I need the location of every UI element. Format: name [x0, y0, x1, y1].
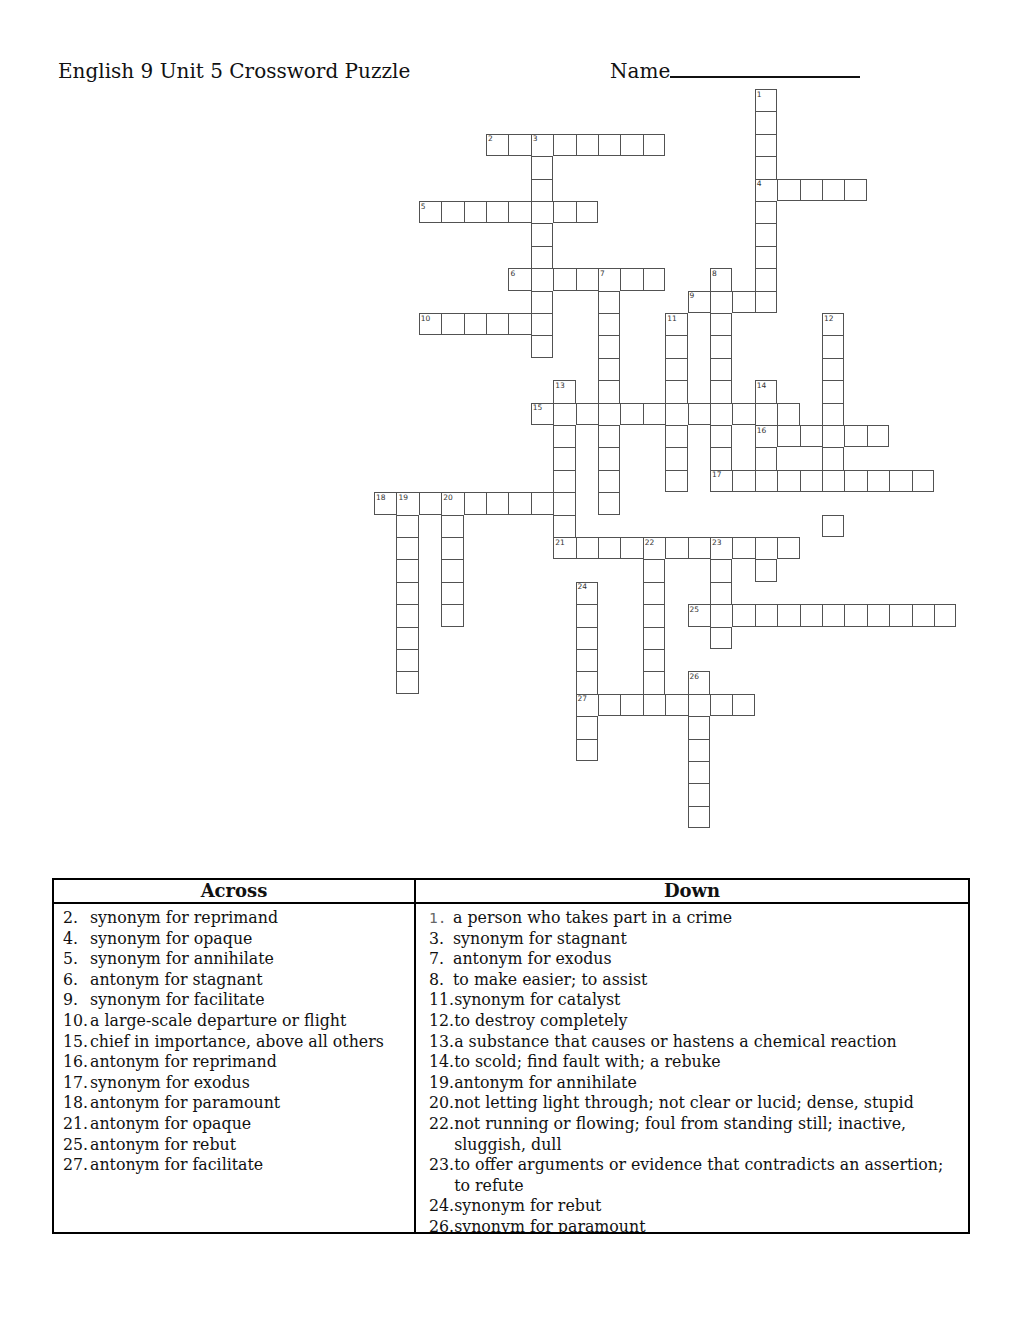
clue-text: to scold; find fault with; a rebuke [454, 1052, 962, 1073]
clue-number: 4. [63, 929, 90, 950]
grid-cell-r22c12[interactable] [643, 582, 665, 604]
grid-number-25: 25 [690, 606, 700, 614]
grid-cell-r25c1[interactable] [396, 649, 418, 671]
grid-cell-r17c20[interactable] [822, 470, 844, 492]
across-clue-6: 6.antonym for stagnant [63, 970, 408, 991]
clue-number: 8. [429, 970, 453, 991]
clue-text: to destroy completely [454, 1011, 962, 1032]
across-clue-16: 16.antonym for reprimand [63, 1052, 408, 1073]
clue-text: to make easier; to assist [453, 970, 962, 991]
grid-cell-r20c16[interactable] [732, 537, 754, 559]
grid-number-9: 9 [690, 292, 695, 300]
grid-cell-r2c9[interactable] [576, 134, 598, 156]
grid-cell-r5c5[interactable] [486, 201, 508, 223]
grid-cell-r2c8[interactable] [553, 134, 575, 156]
grid-cell-r11c10[interactable] [598, 335, 620, 357]
grid-cell-r23c25[interactable] [934, 604, 956, 626]
grid-cell-r14c18[interactable] [777, 403, 799, 425]
grid-cell-r7c7[interactable] [531, 246, 553, 268]
grid-number-27: 27 [578, 695, 588, 703]
grid-cell-r2c6[interactable] [508, 134, 530, 156]
grid-cell-r10c6[interactable] [508, 313, 530, 335]
clue-number: 2. [63, 908, 90, 929]
down-clue-1: 1.a person who takes part in a crime [425, 908, 962, 929]
clue-number: 9. [63, 990, 90, 1011]
grid-cell-r23c20[interactable] [822, 604, 844, 626]
grid-cell-r6c7[interactable] [531, 223, 553, 245]
grid-number-16: 16 [757, 427, 767, 435]
clue-number: 7. [429, 949, 453, 970]
grid-cell-r21c12[interactable] [643, 559, 665, 581]
grid-cell-r14c16[interactable] [732, 403, 754, 425]
grid-cell-r27c15[interactable] [710, 694, 732, 716]
grid-cell-r10c10[interactable] [598, 313, 620, 335]
grid-cell-r23c24[interactable] [912, 604, 934, 626]
grid-cell-r30c14[interactable] [688, 761, 710, 783]
clue-number: 5. [63, 949, 90, 970]
page-title: English 9 Unit 5 Crossword Puzzle [58, 59, 410, 83]
grid-cell-r5c4[interactable] [464, 201, 486, 223]
across-clue-5: 5.synonym for annihilate [63, 949, 408, 970]
clue-text: not letting light through; not clear or … [454, 1093, 962, 1114]
across-clue-27: 27.antonym for facilitate [63, 1155, 408, 1176]
grid-cell-r25c9[interactable] [576, 649, 598, 671]
grid-cell-r27c10[interactable] [598, 694, 620, 716]
clue-text: synonym for reprimand [90, 908, 408, 929]
grid-cell-r20c13[interactable] [665, 537, 687, 559]
grid-cell-r17c13[interactable] [665, 470, 687, 492]
grid-cell-r27c12[interactable] [643, 694, 665, 716]
grid-cell-r17c17[interactable] [755, 470, 777, 492]
grid-cell-r4c20[interactable] [822, 179, 844, 201]
grid-cell-r8c7[interactable] [531, 268, 553, 290]
grid-cell-r22c1[interactable] [396, 582, 418, 604]
across-clue-21: 21.antonym for opaque [63, 1114, 408, 1135]
grid-cell-r26c1[interactable] [396, 671, 418, 693]
grid-cell-r14c15[interactable] [710, 403, 732, 425]
grid-cell-r19c3[interactable] [441, 515, 463, 537]
grid-cell-r20c9[interactable] [576, 537, 598, 559]
grid-cell-r16c15[interactable] [710, 447, 732, 469]
grid-cell-r15c10[interactable] [598, 425, 620, 447]
grid-number-7: 7 [600, 270, 605, 278]
crossword-grid: 1234567891011121314151617181920212223242… [374, 89, 957, 829]
grid-cell-r14c13[interactable] [665, 403, 687, 425]
grid-cell-r32c14[interactable] [688, 806, 710, 828]
grid-cell-r21c3[interactable] [441, 559, 463, 581]
grid-cell-r13c13[interactable] [665, 380, 687, 402]
across-clue-15: 15.chief in importance, above all others [63, 1032, 408, 1053]
grid-cell-r11c15[interactable] [710, 335, 732, 357]
clue-number: 23. [429, 1155, 454, 1196]
clue-number: 14. [429, 1052, 454, 1073]
down-clue-13: 13.a substance that causes or hastens a … [425, 1032, 962, 1053]
grid-cell-r16c17[interactable] [755, 447, 777, 469]
grid-cell-r23c3[interactable] [441, 604, 463, 626]
grid-cell-r23c1[interactable] [396, 604, 418, 626]
clue-table: Across Down 2.synonym for reprimand4.syn… [52, 878, 970, 1234]
grid-cell-r14c11[interactable] [620, 403, 642, 425]
down-clue-11: 11.synonym for catalyst [425, 990, 962, 1011]
grid-number-11: 11 [667, 315, 677, 323]
grid-number-4: 4 [757, 180, 762, 188]
grid-number-2: 2 [488, 135, 493, 143]
grid-cell-r9c10[interactable] [598, 291, 620, 313]
grid-cell-r29c14[interactable] [688, 739, 710, 761]
grid-cell-r17c19[interactable] [800, 470, 822, 492]
grid-number-18: 18 [376, 494, 386, 502]
grid-cell-r23c23[interactable] [889, 604, 911, 626]
grid-cell-r13c20[interactable] [822, 380, 844, 402]
clue-text: synonym for annihilate [90, 949, 408, 970]
grid-cell-r20c14[interactable] [688, 537, 710, 559]
grid-cell-r21c17[interactable] [755, 559, 777, 581]
grid-cell-r5c17[interactable] [755, 201, 777, 223]
clue-text: synonym for opaque [90, 929, 408, 950]
grid-cell-r18c2[interactable] [419, 492, 441, 514]
grid-cell-r6c17[interactable] [755, 223, 777, 245]
grid-cell-r16c20[interactable] [822, 447, 844, 469]
grid-number-3: 3 [533, 135, 538, 143]
clue-text: to offer arguments or evidence that cont… [454, 1155, 962, 1196]
grid-cell-r27c14[interactable] [688, 694, 710, 716]
down-clue-26: 26.synonym for paramount [425, 1217, 962, 1232]
grid-cell-r10c3[interactable] [441, 313, 463, 335]
grid-cell-r20c11[interactable] [620, 537, 642, 559]
grid-cell-r7c17[interactable] [755, 246, 777, 268]
grid-cell-r23c17[interactable] [755, 604, 777, 626]
grid-cell-r27c16[interactable] [732, 694, 754, 716]
clue-number: 25. [63, 1135, 90, 1156]
grid-cell-r9c16[interactable] [732, 291, 754, 313]
grid-cell-r15c22[interactable] [867, 425, 889, 447]
clue-text: not running or flowing; foul from standi… [454, 1114, 962, 1155]
grid-cell-r22c15[interactable] [710, 582, 732, 604]
grid-cell-r13c10[interactable] [598, 380, 620, 402]
across-clue-2: 2.synonym for reprimand [63, 908, 408, 929]
grid-cell-r24c12[interactable] [643, 627, 665, 649]
grid-cell-r11c20[interactable] [822, 335, 844, 357]
grid-number-15: 15 [533, 404, 543, 412]
grid-cell-r9c15[interactable] [710, 291, 732, 313]
grid-cell-r23c18[interactable] [777, 604, 799, 626]
grid-cell-r2c10[interactable] [598, 134, 620, 156]
clue-text: a substance that causes or hastens a che… [454, 1032, 962, 1053]
name-label: Name [610, 59, 670, 83]
grid-cell-r17c24[interactable] [912, 470, 934, 492]
grid-number-14: 14 [757, 382, 767, 390]
clue-text: antonym for stagnant [90, 970, 408, 991]
grid-cell-r8c9[interactable] [576, 268, 598, 290]
grid-number-22: 22 [645, 539, 655, 547]
grid-cell-r19c8[interactable] [553, 515, 575, 537]
grid-cell-r15c8[interactable] [553, 425, 575, 447]
clue-number: 11. [429, 990, 454, 1011]
grid-cell-r17c22[interactable] [867, 470, 889, 492]
clue-number: 19. [429, 1073, 454, 1094]
grid-cell-r11c7[interactable] [531, 335, 553, 357]
down-clue-20: 20.not letting light through; not clear … [425, 1093, 962, 1114]
clue-text: antonym for exodus [453, 949, 962, 970]
grid-cell-r19c1[interactable] [396, 515, 418, 537]
grid-cell-r2c12[interactable] [643, 134, 665, 156]
across-clue-18: 18.antonym for paramount [63, 1093, 408, 1114]
grid-number-24: 24 [578, 583, 588, 591]
grid-cell-r4c18[interactable] [777, 179, 799, 201]
clue-number: 22. [429, 1114, 454, 1155]
clue-number: 10. [63, 1011, 90, 1032]
clue-number: 26. [429, 1217, 454, 1232]
grid-cell-r21c15[interactable] [710, 559, 732, 581]
clue-number: 18. [63, 1093, 90, 1114]
grid-number-10: 10 [421, 315, 431, 323]
across-clue-4: 4.synonym for opaque [63, 929, 408, 950]
grid-cell-r18c4[interactable] [464, 492, 486, 514]
grid-cell-r18c10[interactable] [598, 492, 620, 514]
grid-cell-r15c18[interactable] [777, 425, 799, 447]
grid-cell-r16c13[interactable] [665, 447, 687, 469]
grid-cell-r15c20[interactable] [822, 425, 844, 447]
down-clue-list: 1.a person who takes part in a crime3.sy… [414, 904, 968, 1232]
down-clue-22: 22.not running or flowing; foul from sta… [425, 1114, 962, 1155]
clue-text: synonym for rebut [454, 1196, 962, 1217]
grid-cell-r16c8[interactable] [553, 447, 575, 469]
grid-cell-r20c18[interactable] [777, 537, 799, 559]
clue-text: synonym for facilitate [90, 990, 408, 1011]
grid-cell-r23c12[interactable] [643, 604, 665, 626]
grid-cell-r1c17[interactable] [755, 111, 777, 133]
grid-cell-r5c8[interactable] [553, 201, 575, 223]
across-clue-17: 17.synonym for exodus [63, 1073, 408, 1094]
grid-cell-r21c1[interactable] [396, 559, 418, 581]
grid-cell-r12c10[interactable] [598, 358, 620, 380]
grid-cell-r23c21[interactable] [844, 604, 866, 626]
grid-cell-r12c13[interactable] [665, 358, 687, 380]
grid-cell-r14c9[interactable] [576, 403, 598, 425]
grid-number-12: 12 [824, 315, 834, 323]
grid-cell-r27c11[interactable] [620, 694, 642, 716]
clue-text: antonym for rebut [90, 1135, 408, 1156]
grid-cell-r12c15[interactable] [710, 358, 732, 380]
grid-number-1: 1 [757, 91, 762, 99]
grid-cell-r9c7[interactable] [531, 291, 553, 313]
down-clue-3: 3.synonym for stagnant [425, 929, 962, 950]
grid-cell-r4c19[interactable] [800, 179, 822, 201]
grid-cell-r16c10[interactable] [598, 447, 620, 469]
clue-number: 24. [429, 1196, 454, 1217]
grid-cell-r18c7[interactable] [531, 492, 553, 514]
grid-number-5: 5 [421, 203, 426, 211]
grid-cell-r17c16[interactable] [732, 470, 754, 492]
grid-cell-r15c21[interactable] [844, 425, 866, 447]
clue-text: antonym for paramount [90, 1093, 408, 1114]
down-clue-14: 14.to scold; find fault with; a rebuke [425, 1052, 962, 1073]
clue-number: 21. [63, 1114, 90, 1135]
grid-cell-r20c1[interactable] [396, 537, 418, 559]
grid-cell-r14c8[interactable] [553, 403, 575, 425]
grid-cell-r15c13[interactable] [665, 425, 687, 447]
grid-cell-r5c3[interactable] [441, 201, 463, 223]
grid-cell-r25c12[interactable] [643, 649, 665, 671]
grid-cell-r26c9[interactable] [576, 671, 598, 693]
clue-text: synonym for stagnant [453, 929, 962, 950]
grid-cell-r22c3[interactable] [441, 582, 463, 604]
clue-text: chief in importance, above all others [90, 1032, 408, 1053]
down-header: Down [414, 880, 968, 904]
grid-cell-r9c17[interactable] [755, 291, 777, 313]
grid-number-23: 23 [712, 539, 722, 547]
grid-cell-r14c14[interactable] [688, 403, 710, 425]
down-clue-24: 24.synonym for rebut [425, 1196, 962, 1217]
grid-cell-r3c7[interactable] [531, 156, 553, 178]
clue-text: antonym for facilitate [90, 1155, 408, 1176]
grid-cell-r27c13[interactable] [665, 694, 687, 716]
grid-cell-r23c22[interactable] [867, 604, 889, 626]
grid-cell-r11c13[interactable] [665, 335, 687, 357]
grid-cell-r2c11[interactable] [620, 134, 642, 156]
grid-number-17: 17 [712, 471, 722, 479]
down-clue-8: 8.to make easier; to assist [425, 970, 962, 991]
grid-cell-r28c14[interactable] [688, 716, 710, 738]
grid-cell-r4c7[interactable] [531, 179, 553, 201]
grid-cell-r14c12[interactable] [643, 403, 665, 425]
grid-cell-r18c5[interactable] [486, 492, 508, 514]
grid-cell-r3c17[interactable] [755, 156, 777, 178]
clue-number: 20. [429, 1093, 454, 1114]
grid-cell-r24c9[interactable] [576, 627, 598, 649]
grid-cell-r17c8[interactable] [553, 470, 575, 492]
grid-cell-r23c16[interactable] [732, 604, 754, 626]
grid-cell-r23c9[interactable] [576, 604, 598, 626]
grid-cell-r8c12[interactable] [643, 268, 665, 290]
grid-cell-r23c15[interactable] [710, 604, 732, 626]
clue-text: synonym for catalyst [454, 990, 962, 1011]
across-clue-25: 25.antonym for rebut [63, 1135, 408, 1156]
grid-number-13: 13 [555, 382, 565, 390]
grid-cell-r14c10[interactable] [598, 403, 620, 425]
grid-cell-r20c3[interactable] [441, 537, 463, 559]
grid-cell-r31c14[interactable] [688, 783, 710, 805]
clue-number: 12. [429, 1011, 454, 1032]
grid-cell-r15c19[interactable] [800, 425, 822, 447]
clue-number: 6. [63, 970, 90, 991]
clue-number: 3. [429, 929, 453, 950]
down-clue-23: 23.to offer arguments or evidence that c… [425, 1155, 962, 1196]
grid-cell-r23c19[interactable] [800, 604, 822, 626]
grid-cell-r17c18[interactable] [777, 470, 799, 492]
name-blank-line [670, 59, 860, 78]
grid-cell-r8c8[interactable] [553, 268, 575, 290]
grid-cell-r26c12[interactable] [643, 671, 665, 693]
grid-cell-r20c10[interactable] [598, 537, 620, 559]
down-clue-7: 7.antonym for exodus [425, 949, 962, 970]
clue-text: antonym for reprimand [90, 1052, 408, 1073]
grid-number-20: 20 [443, 494, 453, 502]
grid-number-21: 21 [555, 539, 565, 547]
grid-cell-r12c20[interactable] [822, 358, 844, 380]
grid-cell-r4c21[interactable] [844, 179, 866, 201]
grid-cell-r10c5[interactable] [486, 313, 508, 335]
clue-text: a large-scale departure or flight [90, 1011, 408, 1032]
grid-cell-r24c1[interactable] [396, 627, 418, 649]
across-clue-9: 9.synonym for facilitate [63, 990, 408, 1011]
grid-cell-r10c15[interactable] [710, 313, 732, 335]
grid-cell-r2c17[interactable] [755, 134, 777, 156]
grid-cell-r29c9[interactable] [576, 739, 598, 761]
grid-cell-r19c20[interactable] [822, 515, 844, 537]
grid-cell-r28c9[interactable] [576, 716, 598, 738]
grid-cell-r5c7[interactable] [531, 201, 553, 223]
grid-cell-r17c23[interactable] [889, 470, 911, 492]
grid-cell-r5c9[interactable] [576, 201, 598, 223]
grid-cell-r10c7[interactable] [531, 313, 553, 335]
grid-cell-r18c8[interactable] [553, 492, 575, 514]
grid-number-26: 26 [690, 673, 700, 681]
grid-cell-r18c6[interactable] [508, 492, 530, 514]
grid-cell-r17c21[interactable] [844, 470, 866, 492]
name-field: Name [610, 59, 860, 83]
grid-number-8: 8 [712, 270, 717, 278]
clue-text: antonym for opaque [90, 1114, 408, 1135]
clue-text: synonym for paramount [454, 1217, 962, 1232]
clue-text: antonym for annihilate [454, 1073, 962, 1094]
grid-number-6: 6 [510, 270, 515, 278]
clue-number: 15. [63, 1032, 90, 1053]
clue-number: 27. [63, 1155, 90, 1176]
grid-cell-r5c6[interactable] [508, 201, 530, 223]
down-clue-19: 19.antonym for annihilate [425, 1073, 962, 1094]
across-header: Across [54, 880, 414, 904]
grid-cell-r20c17[interactable] [755, 537, 777, 559]
clue-number: 1. [429, 908, 453, 929]
down-clue-12: 12.to destroy completely [425, 1011, 962, 1032]
across-clue-10: 10.a large-scale departure or flight [63, 1011, 408, 1032]
clue-text: a person who takes part in a crime [453, 908, 962, 929]
clue-text: synonym for exodus [90, 1073, 408, 1094]
clue-number: 13. [429, 1032, 454, 1053]
grid-cell-r15c15[interactable] [710, 425, 732, 447]
grid-cell-r14c20[interactable] [822, 403, 844, 425]
grid-cell-r8c11[interactable] [620, 268, 642, 290]
clue-number: 16. [63, 1052, 90, 1073]
grid-cell-r10c4[interactable] [464, 313, 486, 335]
across-clue-list: 2.synonym for reprimand4.synonym for opa… [54, 904, 414, 1232]
grid-number-19: 19 [398, 494, 408, 502]
clue-number: 17. [63, 1073, 90, 1094]
grid-cell-r13c15[interactable] [710, 380, 732, 402]
grid-cell-r17c10[interactable] [598, 470, 620, 492]
grid-cell-r24c15[interactable] [710, 627, 732, 649]
grid-cell-r8c17[interactable] [755, 268, 777, 290]
grid-cell-r14c17[interactable] [755, 403, 777, 425]
